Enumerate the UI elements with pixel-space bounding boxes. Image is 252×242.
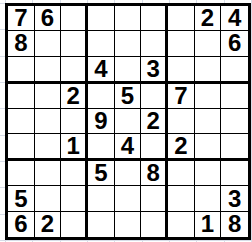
given-digit: 5 <box>121 84 134 108</box>
cell-r1c9[interactable]: 4 <box>221 6 248 31</box>
cell-r1c1[interactable]: 7 <box>8 6 35 31</box>
cell-r5c7[interactable] <box>168 109 195 134</box>
cell-r7c5[interactable] <box>115 161 142 186</box>
cell-r7c6[interactable]: 8 <box>141 161 168 186</box>
cell-r6c6[interactable] <box>141 134 168 161</box>
cell-r6c3[interactable]: 1 <box>61 134 88 161</box>
cell-r8c2[interactable] <box>35 186 62 211</box>
cell-r7c2[interactable] <box>35 161 62 186</box>
given-digit: 6 <box>41 6 54 30</box>
cell-r3c2[interactable] <box>35 57 62 84</box>
cell-r6c1[interactable] <box>8 134 35 161</box>
cell-r2c2[interactable] <box>35 31 62 56</box>
cell-r4c5[interactable]: 5 <box>115 84 142 109</box>
cell-r3c3[interactable] <box>61 57 88 84</box>
cell-r9c9[interactable]: 8 <box>221 212 248 237</box>
cell-r3c6[interactable]: 3 <box>141 57 168 84</box>
given-digit: 8 <box>146 161 159 185</box>
cell-r9c4[interactable] <box>88 212 115 237</box>
cell-r8c8[interactable] <box>195 186 222 211</box>
cell-r2c4[interactable] <box>88 31 115 56</box>
given-digit: 3 <box>146 57 159 81</box>
cell-r4c2[interactable] <box>35 84 62 109</box>
cell-r2c8[interactable] <box>195 31 222 56</box>
cell-r2c5[interactable] <box>115 31 142 56</box>
cell-r8c9[interactable]: 3 <box>221 186 248 211</box>
cell-r3c1[interactable] <box>8 57 35 84</box>
given-digit: 2 <box>146 109 159 133</box>
cell-r9c1[interactable]: 6 <box>8 212 35 237</box>
cell-r6c7[interactable]: 2 <box>168 134 195 161</box>
cell-r4c1[interactable] <box>8 84 35 109</box>
sudoku-board: 762486432579214258536218 <box>5 3 251 240</box>
given-digit: 9 <box>94 109 107 133</box>
given-digit: 2 <box>201 6 214 30</box>
cell-r6c4[interactable] <box>88 134 115 161</box>
given-digit: 5 <box>14 187 27 211</box>
cell-r2c3[interactable] <box>61 31 88 56</box>
cell-r5c5[interactable] <box>115 109 142 134</box>
given-digit: 7 <box>174 84 187 108</box>
cell-r1c3[interactable] <box>61 6 88 31</box>
cell-r1c6[interactable] <box>141 6 168 31</box>
cell-r9c5[interactable] <box>115 212 142 237</box>
cell-r9c3[interactable] <box>61 212 88 237</box>
cell-r8c7[interactable] <box>168 186 195 211</box>
sudoku-page: 762486432579214258536218 <box>0 0 252 242</box>
cell-r8c1[interactable]: 5 <box>8 186 35 211</box>
cell-r3c4[interactable]: 4 <box>88 57 115 84</box>
cell-r3c7[interactable] <box>168 57 195 84</box>
given-digit: 4 <box>121 134 134 158</box>
given-digit: 2 <box>41 212 54 236</box>
cell-r5c9[interactable] <box>221 109 248 134</box>
cell-r1c2[interactable]: 6 <box>35 6 62 31</box>
given-digit: 3 <box>228 187 241 211</box>
given-digit: 4 <box>94 57 107 81</box>
cell-r7c3[interactable] <box>61 161 88 186</box>
cell-r8c5[interactable] <box>115 186 142 211</box>
cell-r1c4[interactable] <box>88 6 115 31</box>
given-digit: 8 <box>14 31 27 55</box>
cell-r5c1[interactable] <box>8 109 35 134</box>
cell-r4c3[interactable]: 2 <box>61 84 88 109</box>
cell-r4c8[interactable] <box>195 84 222 109</box>
given-digit: 4 <box>228 6 241 30</box>
cell-r9c8[interactable]: 1 <box>195 212 222 237</box>
given-digit: 2 <box>66 84 79 108</box>
cell-r5c8[interactable] <box>195 109 222 134</box>
cell-r4c4[interactable] <box>88 84 115 109</box>
cell-r2c7[interactable] <box>168 31 195 56</box>
cell-r6c9[interactable] <box>221 134 248 161</box>
given-digit: 6 <box>14 212 27 236</box>
given-digit: 2 <box>174 134 187 158</box>
cell-r7c7[interactable] <box>168 161 195 186</box>
cell-r9c6[interactable] <box>141 212 168 237</box>
cell-r6c5[interactable]: 4 <box>115 134 142 161</box>
given-digit: 7 <box>14 6 27 30</box>
given-digit: 6 <box>228 31 241 55</box>
cell-r4c9[interactable] <box>221 84 248 109</box>
cell-r8c6[interactable] <box>141 186 168 211</box>
cell-r4c6[interactable] <box>141 84 168 109</box>
cell-r1c7[interactable] <box>168 6 195 31</box>
cell-r2c6[interactable] <box>141 31 168 56</box>
cell-r9c2[interactable]: 2 <box>35 212 62 237</box>
cell-r6c8[interactable] <box>195 134 222 161</box>
cell-r5c3[interactable] <box>61 109 88 134</box>
cell-r8c4[interactable] <box>88 186 115 211</box>
cell-r5c2[interactable] <box>35 109 62 134</box>
cell-r1c8[interactable]: 2 <box>195 6 222 31</box>
cell-r4c7[interactable]: 7 <box>168 84 195 109</box>
cell-r2c1[interactable]: 8 <box>8 31 35 56</box>
cell-r7c8[interactable] <box>195 161 222 186</box>
cell-r1c5[interactable] <box>115 6 142 31</box>
given-digit: 1 <box>66 134 79 158</box>
given-digit: 1 <box>201 212 214 236</box>
cell-r3c9[interactable] <box>221 57 248 84</box>
cell-r7c1[interactable] <box>8 161 35 186</box>
cell-r3c8[interactable] <box>195 57 222 84</box>
cell-r7c9[interactable] <box>221 161 248 186</box>
cell-r7c4[interactable]: 5 <box>88 161 115 186</box>
cell-r5c4[interactable]: 9 <box>88 109 115 134</box>
given-digit: 8 <box>228 212 241 236</box>
cell-r8c3[interactable] <box>61 186 88 211</box>
given-digit: 5 <box>94 161 107 185</box>
cell-r3c5[interactable] <box>115 57 142 84</box>
cell-r9c7[interactable] <box>168 212 195 237</box>
cell-r6c2[interactable] <box>35 134 62 161</box>
cell-r2c9[interactable]: 6 <box>221 31 248 56</box>
cell-r5c6[interactable]: 2 <box>141 109 168 134</box>
